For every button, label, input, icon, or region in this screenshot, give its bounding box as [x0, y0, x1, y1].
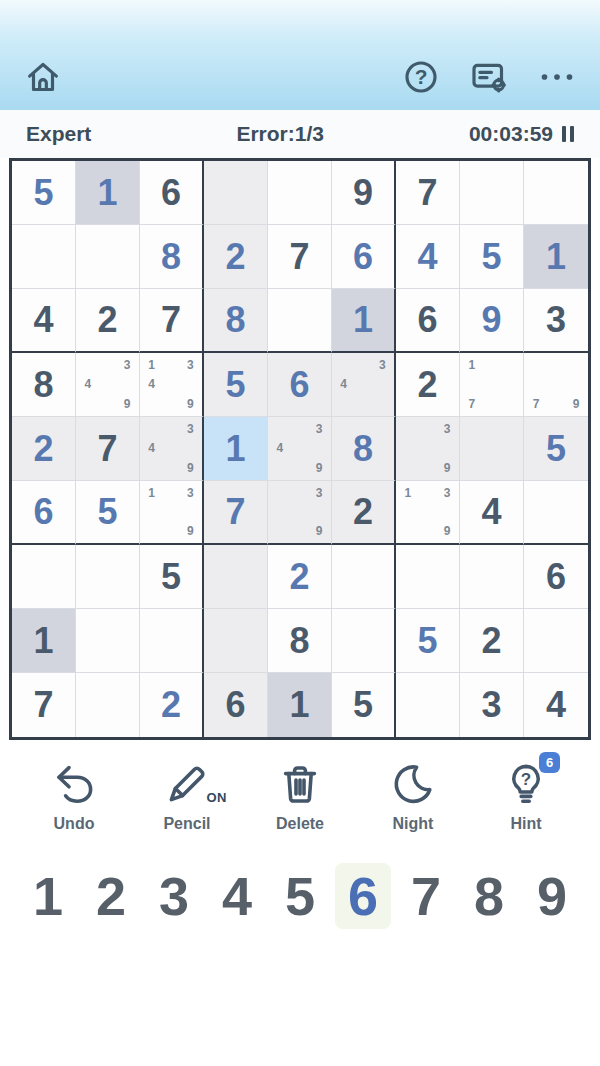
given-digit: 8: [289, 623, 309, 659]
cell-r2c1[interactable]: [12, 225, 76, 289]
cell-r3c3[interactable]: 7: [140, 289, 204, 353]
cell-r9c1[interactable]: 7: [12, 673, 76, 737]
cell-r1c3[interactable]: 6: [140, 161, 204, 225]
cell-r9c3[interactable]: 2: [140, 673, 204, 737]
cell-r7c2[interactable]: [76, 545, 140, 609]
cell-r9c7[interactable]: [396, 673, 460, 737]
numpad-6[interactable]: 6: [335, 863, 391, 929]
sudoku-board: 5169782764514278169383491349563421779273…: [9, 158, 591, 740]
pencil-marks: 349: [78, 355, 137, 414]
user-digit: 1: [97, 175, 117, 211]
pencil-marks: 349: [270, 419, 329, 478]
cell-r6c4[interactable]: 7: [204, 481, 268, 545]
user-digit: 4: [417, 239, 437, 275]
given-digit: 6: [225, 687, 245, 723]
user-digit: 5: [225, 367, 245, 403]
delete-button[interactable]: Delete: [252, 760, 348, 833]
given-digit: 2: [481, 623, 501, 659]
pencil-button[interactable]: ON Pencil: [139, 760, 235, 833]
cell-r9c2[interactable]: [76, 673, 140, 737]
difficulty-label: Expert: [26, 122, 91, 146]
given-digit: 7: [289, 239, 309, 275]
pencil-marks: 349: [142, 419, 200, 478]
hint-label: Hint: [510, 815, 541, 833]
cell-r4c4[interactable]: 5: [204, 353, 268, 417]
cell-r5c1[interactable]: 2: [12, 417, 76, 481]
given-digit: 2: [417, 367, 437, 403]
cell-r2c2[interactable]: [76, 225, 140, 289]
pencil-marks: 17: [462, 355, 521, 414]
pencil-on-badge: ON: [207, 790, 228, 805]
pencil-marks: 1349: [142, 355, 200, 414]
svg-text:?: ?: [521, 770, 531, 789]
user-digit: 2: [33, 431, 53, 467]
cell-r5c8[interactable]: [460, 417, 524, 481]
pencil-marks: 139: [142, 483, 200, 541]
user-digit: 6: [289, 367, 309, 403]
cell-r3c8[interactable]: 9: [460, 289, 524, 353]
delete-label: Delete: [276, 815, 324, 833]
user-digit: 8: [353, 431, 373, 467]
cell-r1c1[interactable]: 5: [12, 161, 76, 225]
home-icon[interactable]: [22, 56, 64, 98]
pencil-marks: 39: [270, 483, 329, 541]
cell-r2c5[interactable]: 7: [268, 225, 332, 289]
night-label: Night: [393, 815, 434, 833]
pencil-marks: 34: [334, 355, 392, 414]
cell-r7c3[interactable]: 5: [140, 545, 204, 609]
cell-r4c7[interactable]: 2: [396, 353, 460, 417]
numpad-7[interactable]: 7: [398, 863, 454, 929]
user-digit: 1: [225, 431, 245, 467]
cell-r8c4[interactable]: [204, 609, 268, 673]
number-pad: 123456789: [0, 863, 600, 929]
svg-text:?: ?: [415, 65, 428, 88]
cell-r4c5[interactable]: 6: [268, 353, 332, 417]
timer: 00:03:59: [469, 122, 553, 146]
user-digit: 1: [353, 302, 373, 338]
cell-r9c8[interactable]: 3: [460, 673, 524, 737]
cell-r7c4[interactable]: [204, 545, 268, 609]
numpad-5[interactable]: 5: [272, 863, 328, 929]
user-digit: 8: [225, 302, 245, 338]
cell-r7c1[interactable]: [12, 545, 76, 609]
status-bar: Expert Error:1/3 00:03:59: [0, 110, 600, 158]
cell-r8c2[interactable]: [76, 609, 140, 673]
user-digit: 5: [546, 431, 566, 467]
cell-r8c8[interactable]: 2: [460, 609, 524, 673]
given-digit: 7: [97, 431, 117, 467]
numpad-2[interactable]: 2: [83, 863, 139, 929]
user-digit: 9: [481, 302, 501, 338]
cell-r3c1[interactable]: 4: [12, 289, 76, 353]
cell-r6c1[interactable]: 6: [12, 481, 76, 545]
undo-label: Undo: [54, 815, 95, 833]
cell-r1c9[interactable]: [524, 161, 588, 225]
cell-r4c2[interactable]: 349: [76, 353, 140, 417]
cell-r7c9[interactable]: 6: [524, 545, 588, 609]
given-digit: 3: [481, 687, 501, 723]
numpad-9[interactable]: 9: [524, 863, 580, 929]
cell-r2c8[interactable]: 5: [460, 225, 524, 289]
undo-icon: [50, 760, 98, 808]
given-digit: 4: [546, 687, 566, 723]
cell-r3c7[interactable]: 6: [396, 289, 460, 353]
cell-r9c4[interactable]: 6: [204, 673, 268, 737]
cell-r1c6[interactable]: 9: [332, 161, 396, 225]
given-digit: 6: [417, 302, 437, 338]
numpad-1[interactable]: 1: [20, 863, 76, 929]
cell-r6c6[interactable]: 2: [332, 481, 396, 545]
user-digit: 5: [33, 175, 53, 211]
given-digit: 9: [353, 175, 373, 211]
pencil-icon: [163, 760, 211, 808]
cell-r5c5[interactable]: 349: [268, 417, 332, 481]
given-digit: 6: [546, 559, 566, 595]
cell-r1c2[interactable]: 1: [76, 161, 140, 225]
cell-r4c9[interactable]: 79: [524, 353, 588, 417]
cell-r9c6[interactable]: 5: [332, 673, 396, 737]
cell-r1c4[interactable]: [204, 161, 268, 225]
pencil-marks: 139: [398, 483, 457, 541]
cell-r5c6[interactable]: 8: [332, 417, 396, 481]
trash-icon: [276, 760, 324, 808]
given-digit: 7: [417, 175, 437, 211]
cell-r2c6[interactable]: 6: [332, 225, 396, 289]
cell-r1c5[interactable]: [268, 161, 332, 225]
given-digit: 4: [33, 302, 53, 338]
cell-r8c9[interactable]: [524, 609, 588, 673]
cell-r8c6[interactable]: [332, 609, 396, 673]
cell-r8c7[interactable]: 5: [396, 609, 460, 673]
cell-r6c8[interactable]: 4: [460, 481, 524, 545]
top-bar: ?: [0, 0, 600, 110]
cell-r2c7[interactable]: 4: [396, 225, 460, 289]
user-digit: 5: [417, 623, 437, 659]
cell-r5c4[interactable]: 1: [204, 417, 268, 481]
cell-r4c3[interactable]: 1349: [140, 353, 204, 417]
cell-r7c5[interactable]: 2: [268, 545, 332, 609]
user-digit: 8: [161, 239, 181, 275]
help-icon[interactable]: ?: [400, 56, 442, 98]
given-digit: 1: [289, 687, 309, 723]
cell-r5c3[interactable]: 349: [140, 417, 204, 481]
user-digit: 5: [481, 239, 501, 275]
cell-r1c7[interactable]: 7: [396, 161, 460, 225]
cell-r5c7[interactable]: 39: [396, 417, 460, 481]
given-digit: 7: [33, 687, 53, 723]
pencil-marks: 39: [398, 419, 457, 478]
feedback-icon[interactable]: [468, 56, 510, 98]
cell-r6c5[interactable]: 39: [268, 481, 332, 545]
given-digit: 5: [353, 687, 373, 723]
cell-r5c9[interactable]: 5: [524, 417, 588, 481]
cell-r8c5[interactable]: 8: [268, 609, 332, 673]
given-digit: 5: [161, 559, 181, 595]
user-digit: 2: [289, 559, 309, 595]
user-digit: 6: [33, 494, 53, 530]
cell-r6c7[interactable]: 139: [396, 481, 460, 545]
pencil-label: Pencil: [163, 815, 210, 833]
cell-r4c1[interactable]: 8: [12, 353, 76, 417]
cell-r3c6[interactable]: 1: [332, 289, 396, 353]
cell-r9c5[interactable]: 1: [268, 673, 332, 737]
given-digit: 3: [546, 302, 566, 338]
given-digit: 2: [353, 494, 373, 530]
numpad-8[interactable]: 8: [461, 863, 517, 929]
cell-r7c6[interactable]: [332, 545, 396, 609]
cell-r2c3[interactable]: 8: [140, 225, 204, 289]
cell-r4c6[interactable]: 34: [332, 353, 396, 417]
cell-r2c9[interactable]: 1: [524, 225, 588, 289]
given-digit: 2: [97, 302, 117, 338]
cell-r6c3[interactable]: 139: [140, 481, 204, 545]
user-digit: 7: [225, 494, 245, 530]
cell-r6c9[interactable]: [524, 481, 588, 545]
pause-button[interactable]: [562, 126, 574, 142]
cell-r7c7[interactable]: [396, 545, 460, 609]
night-button[interactable]: Night: [365, 760, 461, 833]
hint-button[interactable]: ? 6 Hint: [478, 760, 574, 833]
cell-r5c2[interactable]: 7: [76, 417, 140, 481]
more-menu-icon[interactable]: [536, 56, 578, 98]
given-digit: 1: [33, 623, 53, 659]
cell-r7c8[interactable]: [460, 545, 524, 609]
given-digit: 8: [33, 367, 53, 403]
user-digit: 5: [97, 494, 117, 530]
given-digit: 6: [161, 175, 181, 211]
moon-icon: [389, 760, 437, 808]
error-counter: Error:1/3: [236, 122, 324, 146]
cell-r3c5[interactable]: [268, 289, 332, 353]
hint-count-badge: 6: [539, 752, 560, 773]
cell-r8c3[interactable]: [140, 609, 204, 673]
cell-r4c8[interactable]: 17: [460, 353, 524, 417]
numpad-3[interactable]: 3: [146, 863, 202, 929]
given-digit: 4: [481, 494, 501, 530]
cell-r3c4[interactable]: 8: [204, 289, 268, 353]
numpad-4[interactable]: 4: [209, 863, 265, 929]
cell-r9c9[interactable]: 4: [524, 673, 588, 737]
user-digit: 6: [353, 239, 373, 275]
user-digit: 1: [546, 239, 566, 275]
given-digit: 7: [161, 302, 181, 338]
cell-r8c1[interactable]: 1: [12, 609, 76, 673]
pencil-marks: 79: [526, 355, 586, 414]
cell-r2c4[interactable]: 2: [204, 225, 268, 289]
cell-r3c9[interactable]: 3: [524, 289, 588, 353]
cell-r3c2[interactable]: 2: [76, 289, 140, 353]
user-digit: 2: [161, 687, 181, 723]
user-digit: 2: [225, 239, 245, 275]
cell-r6c2[interactable]: 5: [76, 481, 140, 545]
undo-button[interactable]: Undo: [26, 760, 122, 833]
cell-r1c8[interactable]: [460, 161, 524, 225]
toolbar: Undo ON Pencil Delete Night ? 6 Hint: [0, 760, 600, 833]
